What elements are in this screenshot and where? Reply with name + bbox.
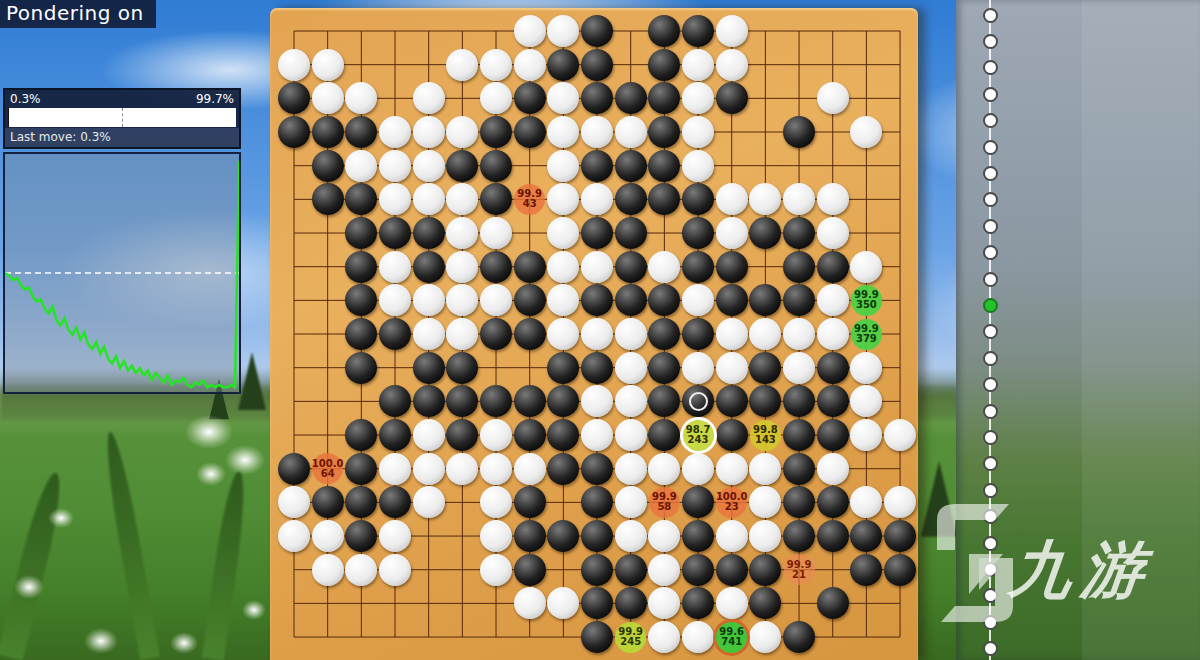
black-stone: [615, 183, 647, 215]
black-stone: [850, 554, 882, 586]
move-dot[interactable]: [983, 60, 998, 75]
white-stone: [850, 352, 882, 384]
go-board[interactable]: 99.94399.935099.937998.724399.8143100.06…: [270, 8, 918, 660]
black-stone: [278, 453, 310, 485]
white-stone: [278, 520, 310, 552]
black-stone: [581, 49, 613, 81]
white-stone: [615, 419, 647, 451]
winrate-graph-canvas: [5, 154, 239, 392]
black-stone: [615, 150, 647, 182]
suggestion-99.9-21[interactable]: 99.921: [784, 554, 815, 585]
black-stone: [514, 251, 546, 283]
white-stone: [581, 318, 613, 350]
white-stone: [716, 453, 748, 485]
white-stone: [716, 15, 748, 47]
black-stone: [581, 621, 613, 653]
move-dot[interactable]: [983, 140, 998, 155]
white-stone: [413, 486, 445, 518]
white-stone: [413, 419, 445, 451]
move-dot[interactable]: [983, 87, 998, 102]
black-stone: [514, 486, 546, 518]
black-stone: [480, 318, 512, 350]
move-dot[interactable]: [983, 8, 998, 23]
white-flower: [196, 462, 226, 486]
white-stone: [581, 116, 613, 148]
white-stone: [278, 49, 310, 81]
black-stone: [312, 486, 344, 518]
black-stone: [312, 116, 344, 148]
white-stone: [446, 251, 478, 283]
suggestion-visits: 21: [792, 570, 806, 580]
black-stone: [480, 251, 512, 283]
black-stone: [749, 554, 781, 586]
black-stone: [682, 217, 714, 249]
black-stone: [783, 251, 815, 283]
white-stone: [817, 284, 849, 316]
white-stone: [615, 385, 647, 417]
white-stone: [345, 150, 377, 182]
move-dot[interactable]: [983, 113, 998, 128]
white-stone: [413, 318, 445, 350]
black-stone: [884, 554, 916, 586]
black-stone: [783, 453, 815, 485]
black-stone: [581, 554, 613, 586]
white-stone: [379, 520, 411, 552]
move-dot[interactable]: [983, 456, 998, 471]
white-stone: [615, 453, 647, 485]
black-stone: [446, 352, 478, 384]
spruce-tree: [238, 352, 266, 410]
black-stone: [581, 352, 613, 384]
white-stone: [817, 453, 849, 485]
black-stone: [379, 217, 411, 249]
white-stone: [716, 318, 748, 350]
white-stone: [547, 251, 579, 283]
white-stone: [480, 419, 512, 451]
white-stone: [446, 453, 478, 485]
black-stone: [716, 385, 748, 417]
black-stone: [648, 150, 680, 182]
black-stone: [817, 419, 849, 451]
black-stone: [514, 318, 546, 350]
white-stone: [379, 251, 411, 283]
suggestion-99.9-58[interactable]: 99.958: [649, 487, 680, 518]
white-stone: [413, 82, 445, 114]
white-stone: [413, 150, 445, 182]
black-stone: [379, 318, 411, 350]
white-stone: [716, 217, 748, 249]
black-stone: [514, 82, 546, 114]
black-stone: [581, 217, 613, 249]
black-stone: [817, 587, 849, 619]
black-stone: [514, 554, 546, 586]
move-dot[interactable]: [983, 219, 998, 234]
black-stone: [817, 486, 849, 518]
black-winrate-value: 0.3%: [10, 92, 41, 106]
black-stone: [547, 453, 579, 485]
white-stone: [379, 150, 411, 182]
black-stone: [716, 284, 748, 316]
white-stone: [682, 453, 714, 485]
white-stone: [345, 554, 377, 586]
white-stone: [682, 621, 714, 653]
suggestion-98.7-243[interactable]: 98.7243: [680, 417, 717, 454]
black-stone: [783, 419, 815, 451]
black-stone: [749, 352, 781, 384]
black-stone: [312, 183, 344, 215]
white-stone: [547, 150, 579, 182]
black-stone: [783, 520, 815, 552]
black-stone: [682, 318, 714, 350]
black-stone: [884, 520, 916, 552]
white-stone: [480, 217, 512, 249]
black-stone: [446, 150, 478, 182]
white-stone: [783, 352, 815, 384]
black-stone: [716, 554, 748, 586]
white-stone: [817, 217, 849, 249]
black-stone: [615, 554, 647, 586]
white-stone: [480, 520, 512, 552]
black-stone: [817, 352, 849, 384]
white-stone: [716, 587, 748, 619]
black-stone: [648, 352, 680, 384]
black-stone: [817, 251, 849, 283]
white-stone: [716, 183, 748, 215]
suggestion-visits: 350: [856, 300, 877, 310]
move-dot[interactable]: [983, 272, 998, 287]
black-stone: [581, 453, 613, 485]
suggestion-99.6-741[interactable]: 99.6741: [713, 619, 750, 656]
current-move-dot[interactable]: [983, 298, 998, 313]
winrate-bar: [8, 108, 236, 127]
black-stone: [514, 284, 546, 316]
white-flower: [14, 575, 44, 599]
winrate-bar-midline: [122, 108, 123, 127]
white-flower: [48, 508, 74, 528]
white-stone: [379, 116, 411, 148]
suggestion-100.0-23[interactable]: 100.023: [716, 487, 747, 518]
white-stone: [446, 49, 478, 81]
black-stone: [514, 520, 546, 552]
black-stone: [345, 453, 377, 485]
black-stone: [716, 251, 748, 283]
black-stone: [345, 251, 377, 283]
white-stone: [682, 116, 714, 148]
black-stone: [514, 419, 546, 451]
white-flower: [225, 445, 265, 475]
pondering-status-label: Pondering on: [0, 0, 156, 28]
black-stone: [514, 385, 546, 417]
move-dot[interactable]: [983, 641, 998, 656]
suggestion-visits: 243: [688, 435, 709, 445]
black-stone: [615, 82, 647, 114]
suggestion-visits: 245: [620, 637, 641, 647]
move-dot[interactable]: [983, 324, 998, 339]
white-stone: [615, 352, 647, 384]
black-stone: [615, 587, 647, 619]
move-dot[interactable]: [983, 166, 998, 181]
black-stone: [581, 150, 613, 182]
move-dot[interactable]: [983, 34, 998, 49]
white-stone: [413, 116, 445, 148]
white-stone: [312, 520, 344, 552]
last-move-marker: [689, 392, 708, 411]
winrate-bar-black-portion: [8, 108, 9, 127]
black-stone: [312, 150, 344, 182]
white-stone: [413, 453, 445, 485]
white-flower: [84, 628, 118, 654]
white-stone: [783, 318, 815, 350]
move-dot[interactable]: [983, 245, 998, 260]
black-stone: [682, 251, 714, 283]
move-dot[interactable]: [983, 377, 998, 392]
winrate-curve: [5, 161, 239, 387]
black-stone: [682, 15, 714, 47]
white-stone: [817, 318, 849, 350]
white-stone: [682, 49, 714, 81]
white-stone: [716, 49, 748, 81]
suggestion-99.9-350[interactable]: 99.9350: [851, 285, 882, 316]
white-stone: [716, 352, 748, 384]
white-winrate-value: 99.7%: [196, 92, 234, 106]
suggestion-visits: 23: [725, 502, 739, 512]
white-stone: [615, 486, 647, 518]
jiuyou-watermark-text: 九游: [1006, 528, 1159, 612]
black-stone: [615, 217, 647, 249]
white-stone: [480, 49, 512, 81]
last-move-winrate-label: Last move: 0.3%: [5, 128, 239, 147]
black-stone: [413, 352, 445, 384]
white-stone: [581, 419, 613, 451]
white-stone: [682, 150, 714, 182]
white-stone: [312, 554, 344, 586]
winrate-panel: 0.3% 99.7% Last move: 0.3%: [3, 88, 241, 149]
white-stone: [749, 453, 781, 485]
black-stone: [547, 49, 579, 81]
black-stone: [379, 419, 411, 451]
suggestion-visits: 379: [856, 334, 877, 344]
move-dot[interactable]: [983, 404, 998, 419]
white-stone: [850, 251, 882, 283]
white-stone: [312, 82, 344, 114]
white-stone: [379, 453, 411, 485]
black-stone: [648, 49, 680, 81]
white-stone: [884, 419, 916, 451]
black-stone: [682, 554, 714, 586]
white-stone: [413, 284, 445, 316]
suggestion-visits: 741: [721, 637, 742, 647]
white-stone: [312, 49, 344, 81]
white-stone: [817, 183, 849, 215]
move-dot[interactable]: [983, 192, 998, 207]
winrate-graph[interactable]: [3, 152, 241, 394]
suggestion-99.8-143[interactable]: 99.8143: [750, 420, 781, 451]
white-stone: [648, 453, 680, 485]
black-stone: [783, 116, 815, 148]
white-stone: [514, 15, 546, 47]
white-stone: [716, 520, 748, 552]
white-stone: [682, 352, 714, 384]
white-stone: [480, 554, 512, 586]
black-stone: [581, 520, 613, 552]
black-stone: [413, 251, 445, 283]
black-stone: [480, 150, 512, 182]
move-dot[interactable]: [983, 351, 998, 366]
white-stone: [413, 183, 445, 215]
black-stone: [783, 621, 815, 653]
suggestion-99.9-379[interactable]: 99.9379: [851, 319, 882, 350]
suggestion-visits: 143: [755, 435, 776, 445]
black-stone: [345, 352, 377, 384]
black-stone: [615, 284, 647, 316]
black-stone: [514, 116, 546, 148]
white-flower: [170, 632, 198, 654]
white-stone: [615, 318, 647, 350]
white-stone: [379, 554, 411, 586]
suggestion-visits: 58: [657, 502, 671, 512]
black-stone: [716, 419, 748, 451]
white-stone: [817, 82, 849, 114]
suggestion-99.9-245[interactable]: 99.9245: [615, 622, 646, 653]
white-stone: [514, 49, 546, 81]
black-stone: [817, 385, 849, 417]
white-flower: [185, 415, 233, 449]
black-stone: [716, 82, 748, 114]
white-stone: [615, 520, 647, 552]
move-dot[interactable]: [983, 430, 998, 445]
white-stone: [514, 587, 546, 619]
black-stone: [547, 352, 579, 384]
move-dot[interactable]: [983, 483, 998, 498]
black-stone: [413, 217, 445, 249]
white-stone: [615, 116, 647, 148]
white-stone: [514, 453, 546, 485]
suggestion-visits: 64: [321, 469, 335, 479]
black-stone: [413, 385, 445, 417]
white-stone: [648, 251, 680, 283]
black-stone: [682, 520, 714, 552]
black-stone: [783, 217, 815, 249]
white-stone: [648, 554, 680, 586]
white-stone: [581, 251, 613, 283]
white-stone: [480, 453, 512, 485]
suggestion-99.9-43[interactable]: 99.943: [514, 184, 545, 215]
black-stone: [278, 116, 310, 148]
white-flower: [242, 600, 266, 620]
suggestion-visits: 43: [523, 199, 537, 209]
black-stone: [480, 116, 512, 148]
black-stone: [817, 520, 849, 552]
black-stone: [615, 251, 647, 283]
black-stone: [581, 15, 613, 47]
